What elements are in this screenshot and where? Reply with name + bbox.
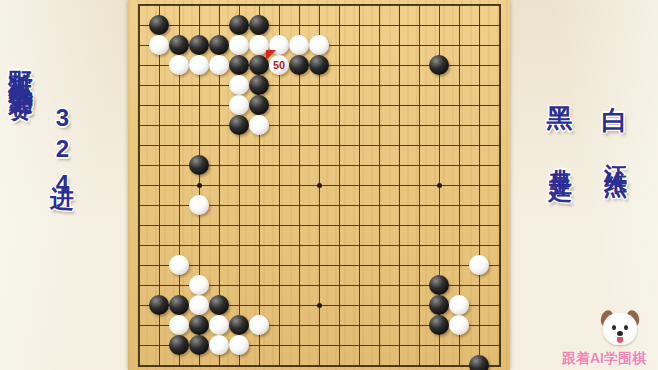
board-grid[interactable]: 50 xyxy=(139,5,500,366)
black-stone xyxy=(149,15,169,35)
black-stone xyxy=(149,295,169,315)
screenshot-root: 野狐人气争霸赛 32进4 50 黑 芈昱廷 白 江维杰 跟着AI学围棋 xyxy=(0,0,658,370)
black-stone xyxy=(429,55,449,75)
white-player-name: 江维杰 xyxy=(604,146,627,161)
black-stone xyxy=(469,355,489,370)
black-stone xyxy=(289,55,309,75)
white-stone xyxy=(189,55,209,75)
black-stone xyxy=(309,55,329,75)
white-stone xyxy=(229,75,249,95)
white-stone xyxy=(209,315,229,335)
white-stone xyxy=(309,35,329,55)
dog-eye-left xyxy=(612,325,616,330)
black-stone xyxy=(229,55,249,75)
white-stone xyxy=(169,255,189,275)
black-stone xyxy=(189,315,209,335)
white-stone xyxy=(209,55,229,75)
black-stone xyxy=(189,155,209,175)
go-board[interactable]: 50 xyxy=(128,0,510,370)
black-stone xyxy=(229,315,249,335)
black-stone xyxy=(429,275,449,295)
white-stone xyxy=(229,95,249,115)
white-stone xyxy=(449,295,469,315)
white-stone xyxy=(169,55,189,75)
black-stone xyxy=(429,295,449,315)
black-stone xyxy=(189,35,209,55)
white-stone xyxy=(249,115,269,135)
white-stone xyxy=(229,335,249,355)
star-point xyxy=(317,303,322,308)
star-point xyxy=(437,183,442,188)
dog-nose xyxy=(617,331,623,336)
dog-icon xyxy=(601,310,639,348)
stage-text: 32进4 xyxy=(50,104,74,201)
black-stone xyxy=(229,15,249,35)
black-stone xyxy=(209,35,229,55)
white-stone xyxy=(229,35,249,55)
black-stone xyxy=(229,115,249,135)
black-stone xyxy=(169,295,189,315)
white-stone xyxy=(189,275,209,295)
white-stone xyxy=(149,35,169,55)
event-title: 野狐人气争霸赛 xyxy=(8,50,33,78)
black-stone xyxy=(189,335,209,355)
black-stone xyxy=(249,95,269,115)
black-stone xyxy=(169,335,189,355)
white-stone xyxy=(449,315,469,335)
white-stone xyxy=(189,295,209,315)
white-stone xyxy=(289,35,309,55)
star-point xyxy=(197,183,202,188)
black-stone xyxy=(169,35,189,55)
dog-tongue xyxy=(617,337,623,343)
black-stone xyxy=(209,295,229,315)
star-point xyxy=(317,183,322,188)
white-stone xyxy=(469,255,489,275)
move-number-label: 50 xyxy=(269,55,289,75)
black-player-name: 芈昱廷 xyxy=(549,150,572,165)
white-stone xyxy=(189,195,209,215)
marked-stone-50: 50 xyxy=(269,55,289,75)
dog-eye-right xyxy=(624,325,628,330)
black-stone xyxy=(429,315,449,335)
white-stone xyxy=(249,315,269,335)
white-stone xyxy=(169,315,189,335)
white-stone xyxy=(209,335,229,355)
watermark-text: 跟着AI学围棋 xyxy=(562,350,658,368)
black-stone xyxy=(249,15,269,35)
black-stone xyxy=(249,75,269,95)
